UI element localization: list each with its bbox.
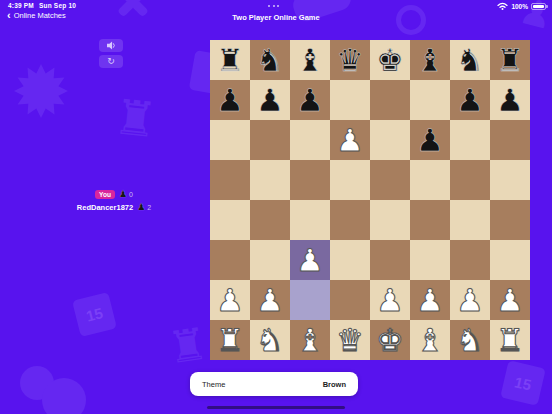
square-d4[interactable] [330, 200, 370, 240]
starburst-decor [14, 64, 68, 118]
square-a2[interactable]: ♟ [210, 280, 250, 320]
square-a1[interactable]: ♜ [210, 320, 250, 360]
square-b6[interactable] [250, 120, 290, 160]
square-a4[interactable] [210, 200, 250, 240]
black-pawn: ♟ [456, 85, 484, 116]
black-pawn: ♟ [256, 85, 284, 116]
square-f7[interactable] [410, 80, 450, 120]
square-d3[interactable] [330, 240, 370, 280]
you-badge: You [95, 190, 115, 199]
square-e4[interactable] [370, 200, 410, 240]
square-f2[interactable]: ♟ [410, 280, 450, 320]
square-e6[interactable] [370, 120, 410, 160]
black-pawn: ♟ [296, 85, 324, 116]
white-pawn: ♟ [216, 285, 244, 316]
battery-percent: 100% [511, 3, 528, 10]
square-f4[interactable] [410, 200, 450, 240]
white-pawn: ♟ [456, 285, 484, 316]
square-g8[interactable]: ♞ [450, 40, 490, 80]
speaker-icon [106, 41, 117, 50]
square-a8[interactable]: ♜ [210, 40, 250, 80]
square-g4[interactable] [450, 200, 490, 240]
circle-decor-small [20, 366, 54, 400]
page-title: Two Player Online Game [0, 13, 552, 22]
square-c4[interactable] [290, 200, 330, 240]
white-knight: ♞ [256, 325, 284, 356]
clock-date: Sun Sep 10 [39, 2, 76, 9]
white-pawn: ♟ [416, 285, 444, 316]
square-f6[interactable]: ♟ [410, 120, 450, 160]
you-capture-count: 0 [129, 191, 133, 198]
white-pawn: ♟ [496, 285, 524, 316]
square-d8[interactable]: ♛ [330, 40, 370, 80]
square-e2[interactable]: ♟ [370, 280, 410, 320]
home-indicator[interactable] [207, 406, 345, 409]
player-you-row: You ♟ 0 [95, 190, 133, 199]
square-b7[interactable]: ♟ [250, 80, 290, 120]
white-queen: ♛ [336, 325, 364, 356]
player-info: You ♟ 0 RedDancer1872 ♟ 2 [70, 190, 158, 212]
black-pawn: ♟ [216, 85, 244, 116]
battery-icon [531, 3, 546, 10]
square-h3[interactable] [490, 240, 530, 280]
multitask-dots-icon [268, 5, 279, 7]
square-g6[interactable] [450, 120, 490, 160]
black-knight: ♞ [456, 45, 484, 76]
square-f1[interactable]: ♝ [410, 320, 450, 360]
circle-decor-large [42, 378, 86, 414]
square-e5[interactable] [370, 160, 410, 200]
black-bishop: ♝ [296, 45, 324, 76]
square-f3[interactable] [410, 240, 450, 280]
rook-silhouette-decor: ♜ [112, 92, 160, 144]
square-b3[interactable] [250, 240, 290, 280]
white-pawn: ♟ [336, 125, 364, 156]
captured-pawn-icon: ♟ [119, 190, 127, 199]
back-chevron-icon: ‹ [7, 10, 11, 20]
square-g5[interactable] [450, 160, 490, 200]
square-h8[interactable]: ♜ [490, 40, 530, 80]
square-d6[interactable]: ♟ [330, 120, 370, 160]
black-king: ♚ [376, 45, 404, 76]
square-h7[interactable]: ♟ [490, 80, 530, 120]
player-opponent-row: RedDancer1872 ♟ 2 [77, 203, 151, 212]
square-h1[interactable]: ♜ [490, 320, 530, 360]
square-f8[interactable]: ♝ [410, 40, 450, 80]
theme-value: Brown [323, 380, 346, 389]
square-h5[interactable] [490, 160, 530, 200]
black-pawn: ♟ [496, 85, 524, 116]
white-rook: ♜ [496, 325, 524, 356]
square-d2[interactable] [330, 280, 370, 320]
status-bar-right: 100% [497, 2, 546, 10]
sound-button[interactable] [99, 39, 123, 52]
theme-picker[interactable]: Theme Brown [190, 372, 358, 396]
white-king: ♚ [376, 325, 404, 356]
square-b4[interactable] [250, 200, 290, 240]
captured-pawn-icon: ♟ [137, 203, 145, 212]
black-knight: ♞ [256, 45, 284, 76]
restart-icon: ↻ [107, 57, 115, 66]
theme-label: Theme [202, 380, 225, 389]
square-g3[interactable] [450, 240, 490, 280]
white-pawn: ♟ [376, 285, 404, 316]
white-pawn: ♟ [256, 285, 284, 316]
back-button[interactable]: ‹ Online Matches [7, 11, 66, 20]
square-c8[interactable]: ♝ [290, 40, 330, 80]
square-e8[interactable]: ♚ [370, 40, 410, 80]
square-c5[interactable] [290, 160, 330, 200]
square-c1[interactable]: ♝ [290, 320, 330, 360]
square-d7[interactable] [330, 80, 370, 120]
black-rook: ♜ [496, 45, 524, 76]
restart-button[interactable]: ↻ [99, 55, 123, 68]
rook-silhouette-decor-bottom: ♜ [165, 321, 210, 370]
tile-15-left-decor: 15 [72, 292, 117, 337]
black-pawn: ♟ [416, 125, 444, 156]
square-f5[interactable] [410, 160, 450, 200]
square-g2[interactable]: ♟ [450, 280, 490, 320]
black-bishop: ♝ [416, 45, 444, 76]
opponent-name: RedDancer1872 [77, 203, 133, 212]
square-d1[interactable]: ♛ [330, 320, 370, 360]
square-e7[interactable] [370, 80, 410, 120]
square-b2[interactable]: ♟ [250, 280, 290, 320]
square-d5[interactable] [330, 160, 370, 200]
square-g1[interactable]: ♞ [450, 320, 490, 360]
square-a5[interactable] [210, 160, 250, 200]
square-h4[interactable] [490, 200, 530, 240]
status-bar-left: 4:39 PM Sun Sep 10 [8, 2, 76, 9]
white-pawn: ♟ [296, 245, 324, 276]
clock-time: 4:39 PM [8, 2, 34, 9]
square-c6[interactable] [290, 120, 330, 160]
white-bishop: ♝ [416, 325, 444, 356]
square-b1[interactable]: ♞ [250, 320, 290, 360]
app-screen: ♜ ♟ 15 ♜ 15 4:39 PM Sun Sep 10 100% ‹ On… [0, 0, 552, 414]
white-bishop: ♝ [296, 325, 324, 356]
square-b8[interactable]: ♞ [250, 40, 290, 80]
square-e3[interactable] [370, 240, 410, 280]
wifi-icon [497, 2, 508, 10]
square-c3[interactable]: ♟ [290, 240, 330, 280]
square-a3[interactable] [210, 240, 250, 280]
square-b5[interactable] [250, 160, 290, 200]
opponent-capture-count: 2 [147, 204, 151, 211]
square-c2[interactable] [290, 280, 330, 320]
square-h6[interactable] [490, 120, 530, 160]
square-g7[interactable]: ♟ [450, 80, 490, 120]
square-c7[interactable]: ♟ [290, 80, 330, 120]
chess-board: ♜♞♝♛♚♝♞♜♟♟♟♟♟♟♟♟♟♟♟♟♟♟♜♞♝♛♚♝♞♜ [210, 40, 530, 360]
black-queen: ♛ [336, 45, 364, 76]
square-e1[interactable]: ♚ [370, 320, 410, 360]
square-a6[interactable] [210, 120, 250, 160]
black-rook: ♜ [216, 45, 244, 76]
tile-15-right-decor: 15 [500, 360, 546, 406]
square-a7[interactable]: ♟ [210, 80, 250, 120]
white-knight: ♞ [456, 325, 484, 356]
square-h2[interactable]: ♟ [490, 280, 530, 320]
white-rook: ♜ [216, 325, 244, 356]
back-label: Online Matches [14, 11, 66, 20]
